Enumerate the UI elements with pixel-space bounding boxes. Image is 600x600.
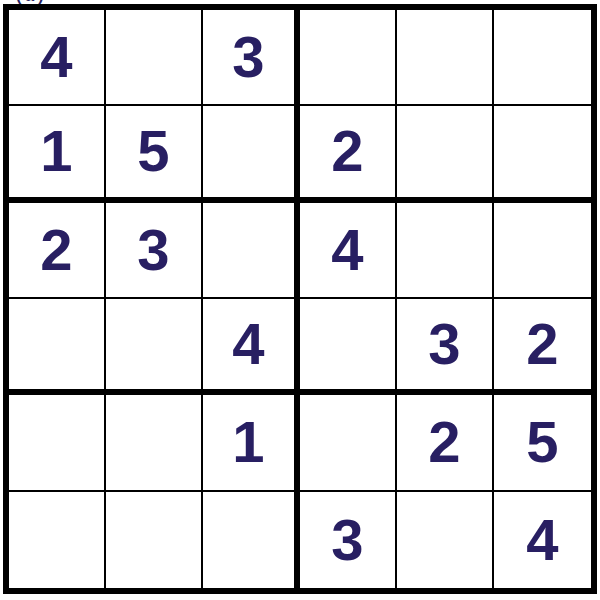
cell-r6c6[interactable]: 4 [494,492,591,588]
cell-r3c4[interactable]: 4 [300,203,397,299]
cell-r3c2[interactable]: 3 [106,203,203,299]
cell-r4c4[interactable] [300,299,397,395]
cell-r5c5[interactable]: 2 [397,395,494,491]
cell-r5c2[interactable] [106,395,203,491]
cell-r2c3[interactable] [203,106,300,202]
cell-r1c1[interactable]: 4 [9,10,106,106]
cell-r1c6[interactable] [494,10,591,106]
cell-r3c3[interactable] [203,203,300,299]
cell-r5c1[interactable] [9,395,106,491]
cell-r5c6[interactable]: 5 [494,395,591,491]
cell-r2c4[interactable]: 2 [300,106,397,202]
cell-r5c3[interactable]: 1 [203,395,300,491]
cell-r3c1[interactable]: 2 [9,203,106,299]
cell-r6c3[interactable] [203,492,300,588]
cell-r2c1[interactable]: 1 [9,106,106,202]
cell-r6c4[interactable]: 3 [300,492,397,588]
sudoku-board: 4315223443212534 [3,4,597,594]
cell-r2c6[interactable] [494,106,591,202]
cell-r5c4[interactable] [300,395,397,491]
cell-r4c3[interactable]: 4 [203,299,300,395]
cell-r3c5[interactable] [397,203,494,299]
cell-r6c1[interactable] [9,492,106,588]
sudoku-page: (a) 4315223443212534 [0,0,600,600]
cell-r4c1[interactable] [9,299,106,395]
cell-r6c5[interactable] [397,492,494,588]
cell-r4c6[interactable]: 2 [494,299,591,395]
cell-r3c6[interactable] [494,203,591,299]
cell-r2c2[interactable]: 5 [106,106,203,202]
cell-r1c2[interactable] [106,10,203,106]
cell-r1c3[interactable]: 3 [203,10,300,106]
cell-r1c4[interactable] [300,10,397,106]
cell-r1c5[interactable] [397,10,494,106]
cell-r6c2[interactable] [106,492,203,588]
cell-r4c2[interactable] [106,299,203,395]
cell-r2c5[interactable] [397,106,494,202]
cell-r4c5[interactable]: 3 [397,299,494,395]
